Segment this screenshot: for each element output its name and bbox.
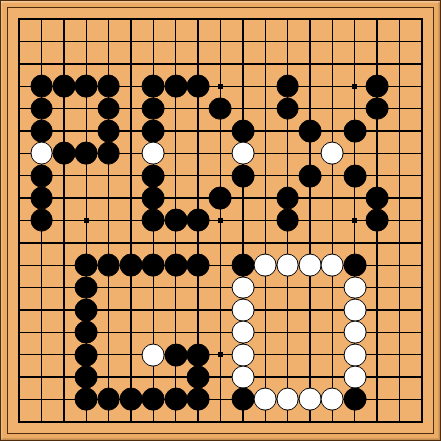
intersection-c14-r6[interactable]: ● <box>299 120 321 142</box>
intersection-c19-r1[interactable] <box>411 8 433 30</box>
intersection-c4-r12[interactable]: ● <box>75 254 97 276</box>
intersection-c16-r4[interactable] <box>344 75 366 97</box>
intersection-c17-r11[interactable] <box>366 232 388 254</box>
intersection-c4-r6[interactable] <box>75 120 97 142</box>
intersection-c15-r14[interactable] <box>321 299 343 321</box>
intersection-c9-r6[interactable] <box>187 120 209 142</box>
intersection-c18-r17[interactable] <box>388 366 410 388</box>
intersection-c14-r14[interactable] <box>299 299 321 321</box>
intersection-c8-r16[interactable]: ● <box>165 344 187 366</box>
intersection-c7-r9[interactable]: ● <box>142 187 164 209</box>
intersection-c1-r5[interactable] <box>8 97 30 119</box>
intersection-c12-r12[interactable]: ○ <box>254 254 276 276</box>
intersection-c12-r19[interactable] <box>254 411 276 433</box>
intersection-c16-r19[interactable] <box>344 411 366 433</box>
intersection-c1-r18[interactable] <box>8 388 30 410</box>
intersection-c1-r3[interactable] <box>8 53 30 75</box>
intersection-c15-r12[interactable]: ○ <box>321 254 343 276</box>
intersection-c7-r18[interactable]: ● <box>142 388 164 410</box>
intersection-c2-r11[interactable] <box>30 232 52 254</box>
intersection-c17-r2[interactable] <box>366 30 388 52</box>
intersection-c10-r12[interactable] <box>209 254 231 276</box>
intersection-c6-r19[interactable] <box>120 411 142 433</box>
intersection-c5-r17[interactable] <box>97 366 119 388</box>
intersection-c9-r16[interactable]: ● <box>187 344 209 366</box>
intersection-c17-r5[interactable]: ● <box>366 97 388 119</box>
intersection-c2-r16[interactable] <box>30 344 52 366</box>
intersection-c6-r18[interactable]: ● <box>120 388 142 410</box>
intersection-c14-r1[interactable] <box>299 8 321 30</box>
intersection-c2-r6[interactable]: ● <box>30 120 52 142</box>
intersection-c3-r10[interactable] <box>53 209 75 231</box>
intersection-c7-r11[interactable] <box>142 232 164 254</box>
intersection-c15-r8[interactable] <box>321 165 343 187</box>
intersection-c13-r18[interactable]: ○ <box>276 388 298 410</box>
intersection-c14-r19[interactable] <box>299 411 321 433</box>
intersection-c9-r9[interactable] <box>187 187 209 209</box>
intersection-c3-r15[interactable] <box>53 321 75 343</box>
intersection-c3-r5[interactable] <box>53 97 75 119</box>
intersection-c19-r15[interactable] <box>411 321 433 343</box>
intersection-c17-r10[interactable]: ● <box>366 209 388 231</box>
intersection-c2-r15[interactable] <box>30 321 52 343</box>
intersection-c4-r16[interactable]: ● <box>75 344 97 366</box>
intersection-c10-r16[interactable] <box>209 344 231 366</box>
intersection-c13-r17[interactable] <box>276 366 298 388</box>
intersection-c6-r13[interactable] <box>120 276 142 298</box>
intersection-c15-r17[interactable] <box>321 366 343 388</box>
intersection-c18-r1[interactable] <box>388 8 410 30</box>
intersection-c6-r8[interactable] <box>120 165 142 187</box>
intersection-c18-r14[interactable] <box>388 299 410 321</box>
intersection-c4-r9[interactable] <box>75 187 97 209</box>
intersection-c8-r14[interactable] <box>165 299 187 321</box>
intersection-c7-r8[interactable]: ● <box>142 165 164 187</box>
intersection-c1-r13[interactable] <box>8 276 30 298</box>
intersection-c18-r3[interactable] <box>388 53 410 75</box>
intersection-c11-r9[interactable] <box>232 187 254 209</box>
intersection-c15-r7[interactable]: ○ <box>321 142 343 164</box>
intersection-c16-r7[interactable] <box>344 142 366 164</box>
intersection-c9-r8[interactable] <box>187 165 209 187</box>
intersection-c10-r11[interactable] <box>209 232 231 254</box>
intersection-c11-r1[interactable] <box>232 8 254 30</box>
intersection-c4-r17[interactable]: ● <box>75 366 97 388</box>
intersection-c7-r16[interactable]: ○ <box>142 344 164 366</box>
intersection-c13-r16[interactable] <box>276 344 298 366</box>
intersection-c16-r10[interactable] <box>344 209 366 231</box>
intersection-c1-r7[interactable] <box>8 142 30 164</box>
intersection-c11-r17[interactable]: ○ <box>232 366 254 388</box>
intersection-c2-r1[interactable] <box>30 8 52 30</box>
intersection-c12-r6[interactable] <box>254 120 276 142</box>
intersection-c5-r15[interactable] <box>97 321 119 343</box>
intersection-c19-r17[interactable] <box>411 366 433 388</box>
intersection-c6-r17[interactable] <box>120 366 142 388</box>
intersection-c11-r4[interactable] <box>232 75 254 97</box>
intersection-c16-r17[interactable]: ○ <box>344 366 366 388</box>
intersection-c7-r2[interactable] <box>142 30 164 52</box>
intersection-c1-r15[interactable] <box>8 321 30 343</box>
intersection-c14-r18[interactable]: ○ <box>299 388 321 410</box>
intersection-c6-r6[interactable] <box>120 120 142 142</box>
intersection-c15-r9[interactable] <box>321 187 343 209</box>
intersection-c19-r10[interactable] <box>411 209 433 231</box>
intersection-c1-r19[interactable] <box>8 411 30 433</box>
intersection-c10-r13[interactable] <box>209 276 231 298</box>
intersection-c11-r2[interactable] <box>232 30 254 52</box>
intersection-c12-r18[interactable]: ○ <box>254 388 276 410</box>
intersection-c7-r5[interactable]: ● <box>142 97 164 119</box>
intersection-c12-r15[interactable] <box>254 321 276 343</box>
intersection-c1-r4[interactable] <box>8 75 30 97</box>
intersection-c7-r4[interactable]: ● <box>142 75 164 97</box>
intersection-c13-r2[interactable] <box>276 30 298 52</box>
intersection-c4-r5[interactable] <box>75 97 97 119</box>
intersection-c14-r8[interactable]: ● <box>299 165 321 187</box>
intersection-c6-r9[interactable] <box>120 187 142 209</box>
intersection-c10-r17[interactable] <box>209 366 231 388</box>
intersection-c3-r4[interactable]: ● <box>53 75 75 97</box>
intersection-c11-r3[interactable] <box>232 53 254 75</box>
intersection-c12-r16[interactable] <box>254 344 276 366</box>
intersection-c9-r5[interactable] <box>187 97 209 119</box>
intersection-c16-r9[interactable] <box>344 187 366 209</box>
intersection-c16-r18[interactable]: ● <box>344 388 366 410</box>
intersection-c2-r7[interactable]: ○ <box>30 142 52 164</box>
intersection-c5-r11[interactable] <box>97 232 119 254</box>
intersection-c10-r8[interactable] <box>209 165 231 187</box>
intersection-c9-r2[interactable] <box>187 30 209 52</box>
intersection-c13-r19[interactable] <box>276 411 298 433</box>
intersection-c13-r6[interactable] <box>276 120 298 142</box>
intersection-c16-r11[interactable] <box>344 232 366 254</box>
intersection-c18-r15[interactable] <box>388 321 410 343</box>
intersection-c17-r8[interactable] <box>366 165 388 187</box>
intersection-c15-r11[interactable] <box>321 232 343 254</box>
intersection-c14-r3[interactable] <box>299 53 321 75</box>
intersection-c8-r6[interactable] <box>165 120 187 142</box>
intersection-c14-r11[interactable] <box>299 232 321 254</box>
intersection-c3-r14[interactable] <box>53 299 75 321</box>
intersection-c8-r10[interactable]: ● <box>165 209 187 231</box>
intersection-c8-r3[interactable] <box>165 53 187 75</box>
intersection-c8-r7[interactable] <box>165 142 187 164</box>
intersection-c13-r14[interactable] <box>276 299 298 321</box>
intersection-c15-r10[interactable] <box>321 209 343 231</box>
intersection-c7-r14[interactable] <box>142 299 164 321</box>
intersection-c3-r17[interactable] <box>53 366 75 388</box>
intersection-c16-r2[interactable] <box>344 30 366 52</box>
intersection-c9-r1[interactable] <box>187 8 209 30</box>
intersection-c18-r4[interactable] <box>388 75 410 97</box>
intersection-c17-r4[interactable]: ● <box>366 75 388 97</box>
intersection-c12-r8[interactable] <box>254 165 276 187</box>
intersection-c10-r2[interactable] <box>209 30 231 52</box>
intersection-c2-r17[interactable] <box>30 366 52 388</box>
intersection-c2-r4[interactable]: ● <box>30 75 52 97</box>
intersection-c3-r16[interactable] <box>53 344 75 366</box>
intersection-c11-r14[interactable]: ○ <box>232 299 254 321</box>
intersection-c3-r3[interactable] <box>53 53 75 75</box>
intersection-c10-r6[interactable] <box>209 120 231 142</box>
intersection-c12-r13[interactable] <box>254 276 276 298</box>
intersection-c7-r13[interactable] <box>142 276 164 298</box>
intersection-c6-r11[interactable] <box>120 232 142 254</box>
intersection-c5-r14[interactable] <box>97 299 119 321</box>
intersection-c18-r5[interactable] <box>388 97 410 119</box>
intersection-c1-r8[interactable] <box>8 165 30 187</box>
intersection-c1-r14[interactable] <box>8 299 30 321</box>
intersection-c8-r2[interactable] <box>165 30 187 52</box>
intersection-c19-r5[interactable] <box>411 97 433 119</box>
intersection-c10-r3[interactable] <box>209 53 231 75</box>
intersection-c14-r7[interactable] <box>299 142 321 164</box>
intersection-c9-r15[interactable] <box>187 321 209 343</box>
intersection-c9-r7[interactable] <box>187 142 209 164</box>
intersection-c8-r11[interactable] <box>165 232 187 254</box>
intersection-c15-r19[interactable] <box>321 411 343 433</box>
intersection-c9-r18[interactable]: ● <box>187 388 209 410</box>
intersection-c8-r1[interactable] <box>165 8 187 30</box>
intersection-c5-r2[interactable] <box>97 30 119 52</box>
intersection-c10-r18[interactable] <box>209 388 231 410</box>
intersection-c6-r5[interactable] <box>120 97 142 119</box>
intersection-c5-r18[interactable]: ● <box>97 388 119 410</box>
intersection-c9-r17[interactable]: ● <box>187 366 209 388</box>
intersection-c8-r13[interactable] <box>165 276 187 298</box>
intersection-c10-r9[interactable]: ● <box>209 187 231 209</box>
intersection-c18-r19[interactable] <box>388 411 410 433</box>
intersection-c5-r5[interactable]: ● <box>97 97 119 119</box>
intersection-c1-r17[interactable] <box>8 366 30 388</box>
intersection-c6-r3[interactable] <box>120 53 142 75</box>
intersection-c12-r4[interactable] <box>254 75 276 97</box>
intersection-c5-r13[interactable] <box>97 276 119 298</box>
intersection-c19-r9[interactable] <box>411 187 433 209</box>
intersection-c18-r8[interactable] <box>388 165 410 187</box>
intersection-c18-r7[interactable] <box>388 142 410 164</box>
intersection-c4-r10[interactable] <box>75 209 97 231</box>
intersection-c17-r1[interactable] <box>366 8 388 30</box>
intersection-c14-r2[interactable] <box>299 30 321 52</box>
intersection-c16-r8[interactable]: ● <box>344 165 366 187</box>
intersection-c3-r6[interactable] <box>53 120 75 142</box>
intersection-c14-r13[interactable] <box>299 276 321 298</box>
intersection-c6-r15[interactable] <box>120 321 142 343</box>
intersection-c1-r1[interactable] <box>8 8 30 30</box>
intersection-c18-r18[interactable] <box>388 388 410 410</box>
intersection-c10-r10[interactable] <box>209 209 231 231</box>
intersection-c15-r6[interactable] <box>321 120 343 142</box>
intersection-c4-r14[interactable]: ● <box>75 299 97 321</box>
intersection-c19-r16[interactable] <box>411 344 433 366</box>
intersection-c6-r12[interactable]: ● <box>120 254 142 276</box>
intersection-c13-r9[interactable]: ● <box>276 187 298 209</box>
intersection-c2-r18[interactable] <box>30 388 52 410</box>
intersection-c16-r6[interactable]: ● <box>344 120 366 142</box>
intersection-c2-r19[interactable] <box>30 411 52 433</box>
intersection-c4-r13[interactable]: ● <box>75 276 97 298</box>
intersection-c19-r11[interactable] <box>411 232 433 254</box>
intersection-c11-r19[interactable] <box>232 411 254 433</box>
intersection-c5-r4[interactable]: ● <box>97 75 119 97</box>
intersection-c16-r15[interactable]: ○ <box>344 321 366 343</box>
intersection-c10-r15[interactable] <box>209 321 231 343</box>
intersection-c11-r6[interactable]: ● <box>232 120 254 142</box>
intersection-c6-r1[interactable] <box>120 8 142 30</box>
intersection-c15-r13[interactable] <box>321 276 343 298</box>
intersection-c8-r12[interactable]: ● <box>165 254 187 276</box>
intersection-c13-r5[interactable]: ● <box>276 97 298 119</box>
intersection-c11-r15[interactable]: ○ <box>232 321 254 343</box>
intersection-c4-r2[interactable] <box>75 30 97 52</box>
intersection-c13-r10[interactable]: ● <box>276 209 298 231</box>
intersection-c12-r17[interactable] <box>254 366 276 388</box>
intersection-c7-r3[interactable] <box>142 53 164 75</box>
intersection-c3-r12[interactable] <box>53 254 75 276</box>
intersection-c14-r16[interactable] <box>299 344 321 366</box>
intersection-c15-r15[interactable] <box>321 321 343 343</box>
intersection-c17-r14[interactable] <box>366 299 388 321</box>
intersection-c9-r14[interactable] <box>187 299 209 321</box>
intersection-c11-r8[interactable]: ● <box>232 165 254 187</box>
intersection-c12-r1[interactable] <box>254 8 276 30</box>
intersection-c9-r12[interactable]: ● <box>187 254 209 276</box>
intersection-c17-r16[interactable] <box>366 344 388 366</box>
intersection-c16-r5[interactable] <box>344 97 366 119</box>
intersection-c4-r11[interactable] <box>75 232 97 254</box>
intersection-c14-r17[interactable] <box>299 366 321 388</box>
intersection-c15-r1[interactable] <box>321 8 343 30</box>
intersection-c2-r5[interactable]: ● <box>30 97 52 119</box>
intersection-c14-r9[interactable] <box>299 187 321 209</box>
intersection-c18-r12[interactable] <box>388 254 410 276</box>
intersection-c13-r12[interactable]: ○ <box>276 254 298 276</box>
intersection-c10-r1[interactable] <box>209 8 231 30</box>
intersection-c19-r18[interactable] <box>411 388 433 410</box>
intersection-c4-r15[interactable]: ● <box>75 321 97 343</box>
intersection-c5-r6[interactable]: ● <box>97 120 119 142</box>
intersection-c2-r14[interactable] <box>30 299 52 321</box>
intersection-c5-r12[interactable]: ● <box>97 254 119 276</box>
intersection-c19-r4[interactable] <box>411 75 433 97</box>
intersection-c7-r17[interactable] <box>142 366 164 388</box>
intersection-c17-r6[interactable] <box>366 120 388 142</box>
intersection-c17-r15[interactable] <box>366 321 388 343</box>
intersection-c18-r6[interactable] <box>388 120 410 142</box>
intersection-c6-r16[interactable] <box>120 344 142 366</box>
intersection-c12-r7[interactable] <box>254 142 276 164</box>
intersection-c13-r11[interactable] <box>276 232 298 254</box>
intersection-c11-r11[interactable] <box>232 232 254 254</box>
intersection-c7-r1[interactable] <box>142 8 164 30</box>
intersection-c3-r11[interactable] <box>53 232 75 254</box>
intersection-c14-r12[interactable]: ○ <box>299 254 321 276</box>
intersection-c4-r7[interactable]: ● <box>75 142 97 164</box>
intersection-c3-r18[interactable] <box>53 388 75 410</box>
intersection-c14-r5[interactable] <box>299 97 321 119</box>
intersection-c17-r18[interactable] <box>366 388 388 410</box>
intersection-c4-r8[interactable] <box>75 165 97 187</box>
intersection-c7-r6[interactable]: ● <box>142 120 164 142</box>
intersection-c5-r16[interactable] <box>97 344 119 366</box>
intersection-c10-r5[interactable]: ● <box>209 97 231 119</box>
intersection-c3-r8[interactable] <box>53 165 75 187</box>
intersection-c18-r10[interactable] <box>388 209 410 231</box>
intersection-c4-r3[interactable] <box>75 53 97 75</box>
intersection-c11-r12[interactable]: ● <box>232 254 254 276</box>
intersection-c17-r12[interactable] <box>366 254 388 276</box>
intersection-c8-r8[interactable] <box>165 165 187 187</box>
intersection-c6-r7[interactable] <box>120 142 142 164</box>
intersection-c8-r9[interactable] <box>165 187 187 209</box>
intersection-c5-r7[interactable]: ● <box>97 142 119 164</box>
intersection-c1-r9[interactable] <box>8 187 30 209</box>
intersection-c11-r7[interactable]: ○ <box>232 142 254 164</box>
intersection-c3-r19[interactable] <box>53 411 75 433</box>
intersection-c11-r16[interactable]: ○ <box>232 344 254 366</box>
intersection-c1-r11[interactable] <box>8 232 30 254</box>
intersection-c2-r10[interactable]: ● <box>30 209 52 231</box>
intersection-c5-r10[interactable] <box>97 209 119 231</box>
intersection-c10-r7[interactable] <box>209 142 231 164</box>
intersection-c8-r4[interactable]: ● <box>165 75 187 97</box>
intersection-c6-r10[interactable] <box>120 209 142 231</box>
intersection-c3-r2[interactable] <box>53 30 75 52</box>
intersection-c7-r7[interactable]: ○ <box>142 142 164 164</box>
intersection-c3-r13[interactable] <box>53 276 75 298</box>
intersection-c8-r19[interactable] <box>165 411 187 433</box>
intersection-c13-r4[interactable]: ● <box>276 75 298 97</box>
intersection-c19-r2[interactable] <box>411 30 433 52</box>
intersection-c19-r7[interactable] <box>411 142 433 164</box>
intersection-c13-r15[interactable] <box>276 321 298 343</box>
intersection-c18-r16[interactable] <box>388 344 410 366</box>
intersection-c12-r3[interactable] <box>254 53 276 75</box>
intersection-c14-r10[interactable] <box>299 209 321 231</box>
intersection-c12-r10[interactable] <box>254 209 276 231</box>
intersection-c4-r18[interactable]: ● <box>75 388 97 410</box>
intersection-c7-r15[interactable] <box>142 321 164 343</box>
intersection-c6-r4[interactable] <box>120 75 142 97</box>
intersection-c2-r12[interactable] <box>30 254 52 276</box>
intersection-c2-r8[interactable]: ● <box>30 165 52 187</box>
intersection-c5-r8[interactable] <box>97 165 119 187</box>
intersection-c11-r18[interactable]: ● <box>232 388 254 410</box>
intersection-c13-r8[interactable] <box>276 165 298 187</box>
intersection-c3-r9[interactable] <box>53 187 75 209</box>
intersection-c12-r5[interactable] <box>254 97 276 119</box>
intersection-c12-r11[interactable] <box>254 232 276 254</box>
intersection-c13-r13[interactable] <box>276 276 298 298</box>
intersection-c11-r5[interactable] <box>232 97 254 119</box>
intersection-c15-r2[interactable] <box>321 30 343 52</box>
intersection-c6-r14[interactable] <box>120 299 142 321</box>
intersection-c5-r3[interactable] <box>97 53 119 75</box>
intersection-c2-r13[interactable] <box>30 276 52 298</box>
intersection-c15-r5[interactable] <box>321 97 343 119</box>
intersection-c16-r13[interactable]: ○ <box>344 276 366 298</box>
intersection-c17-r13[interactable] <box>366 276 388 298</box>
intersection-c1-r6[interactable] <box>8 120 30 142</box>
intersection-c9-r10[interactable]: ● <box>187 209 209 231</box>
intersection-c9-r4[interactable]: ● <box>187 75 209 97</box>
intersection-c3-r7[interactable]: ● <box>53 142 75 164</box>
intersection-c8-r15[interactable] <box>165 321 187 343</box>
intersection-c5-r1[interactable] <box>97 8 119 30</box>
intersection-c11-r13[interactable]: ○ <box>232 276 254 298</box>
